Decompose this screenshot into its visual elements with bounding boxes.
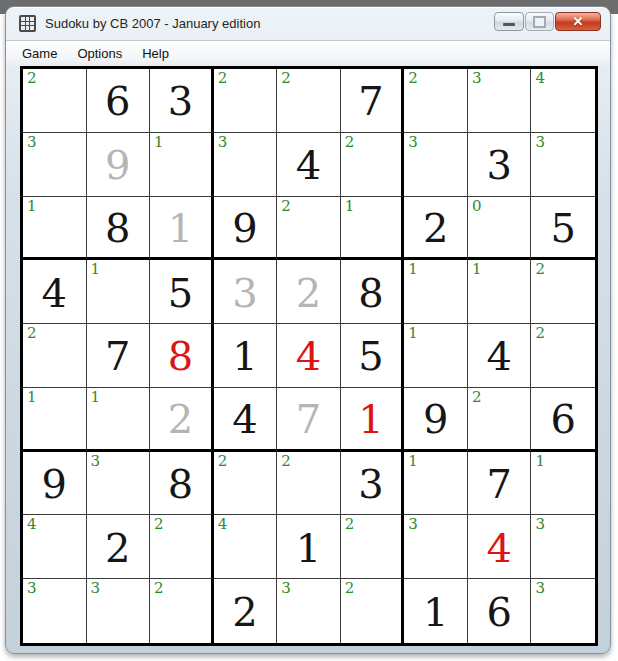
close-button[interactable]: ✕	[555, 12, 601, 31]
cell-r6c5[interactable]: 7	[277, 388, 341, 452]
cell-r2c4[interactable]: 3	[214, 133, 278, 197]
cell-r7c3[interactable]: 8	[150, 452, 214, 516]
cell-r7c6[interactable]: 3	[341, 452, 405, 516]
pencil-mark: 0	[472, 198, 482, 215]
pencil-mark: 1	[408, 453, 418, 470]
cell-r8c9[interactable]: 3	[531, 515, 595, 579]
pencil-mark: 1	[408, 325, 418, 342]
close-icon: ✕	[573, 15, 584, 28]
cell-r6c6[interactable]: 1	[341, 388, 405, 452]
cell-value: 4	[296, 336, 321, 376]
cell-r5c5[interactable]: 4	[277, 324, 341, 388]
title-bar[interactable]: Sudoku by CB 2007 - January edition ✕	[6, 7, 610, 40]
pencil-mark: 3	[408, 134, 418, 151]
cell-value: 7	[486, 464, 511, 504]
cell-r4c7[interactable]: 1	[404, 260, 468, 324]
pencil-mark: 4	[218, 516, 228, 533]
cell-r1c4[interactable]: 2	[214, 69, 278, 133]
pencil-mark: 3	[91, 580, 101, 597]
cell-r5c1[interactable]: 2	[23, 324, 87, 388]
cell-r8c2[interactable]: 2	[87, 515, 151, 579]
app-window: Sudoku by CB 2007 - January edition ✕ Ga…	[5, 6, 611, 654]
cell-value: 1	[423, 592, 448, 632]
pencil-mark: 3	[472, 70, 482, 87]
pencil-mark: 2	[218, 70, 228, 87]
cell-r1c3[interactable]: 3	[150, 69, 214, 133]
cell-r8c4[interactable]: 4	[214, 515, 278, 579]
cell-r1c1[interactable]: 2	[23, 69, 87, 133]
pencil-mark: 2	[345, 134, 355, 151]
cell-value: 6	[486, 592, 511, 632]
cell-value: 3	[358, 464, 383, 504]
cell-r3c3[interactable]: 1	[150, 197, 214, 261]
cell-value: 4	[42, 273, 67, 313]
cell-value: 2	[232, 592, 257, 632]
cell-r5c6[interactable]: 5	[341, 324, 405, 388]
cell-value: 7	[105, 336, 130, 376]
pencil-mark: 4	[535, 70, 545, 87]
pencil-mark: 1	[91, 261, 101, 278]
cell-r6c7[interactable]: 9	[404, 388, 468, 452]
cell-r3c2[interactable]: 8	[87, 197, 151, 261]
maximize-button[interactable]	[525, 12, 554, 31]
menu-help[interactable]: Help	[132, 43, 179, 64]
sudoku-grid-icon	[19, 15, 36, 32]
cell-r9c9[interactable]: 3	[531, 579, 595, 643]
minimize-button[interactable]	[494, 12, 524, 31]
cell-r2c5[interactable]: 4	[277, 133, 341, 197]
cell-r5c8[interactable]: 4	[468, 324, 532, 388]
cell-r8c1[interactable]: 4	[23, 515, 87, 579]
cell-r1c6[interactable]: 7	[341, 69, 405, 133]
cell-r7c2[interactable]: 3	[87, 452, 151, 516]
cell-value: 8	[168, 336, 193, 376]
cell-r2c7[interactable]: 3	[404, 133, 468, 197]
cell-value: 2	[105, 528, 130, 568]
cell-r2c1[interactable]: 3	[23, 133, 87, 197]
cell-r4c8[interactable]: 1	[468, 260, 532, 324]
pencil-mark: 3	[281, 580, 291, 597]
pencil-mark: 1	[472, 261, 482, 278]
cell-r8c3[interactable]: 2	[150, 515, 214, 579]
cell-value: 3	[486, 145, 511, 185]
pencil-mark: 3	[408, 516, 418, 533]
pencil-mark: 4	[27, 516, 37, 533]
pencil-mark: 2	[408, 70, 418, 87]
pencil-mark: 1	[27, 389, 37, 406]
cell-value: 3	[232, 273, 257, 313]
pencil-mark: 2	[535, 325, 545, 342]
cell-r8c8[interactable]: 4	[468, 515, 532, 579]
cell-value: 3	[168, 81, 193, 121]
cell-r5c4[interactable]: 1	[214, 324, 278, 388]
pencil-mark: 3	[91, 453, 101, 470]
cell-r9c4[interactable]: 2	[214, 579, 278, 643]
cell-r4c9[interactable]: 2	[531, 260, 595, 324]
cell-r7c7[interactable]: 1	[404, 452, 468, 516]
cell-r4c5[interactable]: 2	[277, 260, 341, 324]
pencil-mark: 2	[345, 580, 355, 597]
pencil-mark: 1	[345, 198, 355, 215]
cell-r9c8[interactable]: 6	[468, 579, 532, 643]
pencil-mark: 2	[535, 261, 545, 278]
menu-game[interactable]: Game	[12, 43, 67, 64]
pencil-mark: 2	[27, 325, 37, 342]
window-title: Sudoku by CB 2007 - January edition	[45, 16, 260, 31]
cell-value: 2	[296, 273, 321, 313]
pencil-mark: 2	[281, 453, 291, 470]
pencil-mark: 1	[91, 389, 101, 406]
cell-r6c9[interactable]: 6	[531, 388, 595, 452]
cell-value: 4	[486, 528, 511, 568]
pencil-mark: 1	[535, 453, 545, 470]
pencil-mark: 2	[472, 389, 482, 406]
cell-r1c8[interactable]: 3	[468, 69, 532, 133]
cell-value: 9	[423, 399, 448, 439]
cell-value: 1	[296, 528, 321, 568]
cell-r5c9[interactable]: 2	[531, 324, 595, 388]
pencil-mark: 2	[218, 453, 228, 470]
cell-r7c9[interactable]: 1	[531, 452, 595, 516]
cell-r4c6[interactable]: 8	[341, 260, 405, 324]
cell-value: 4	[232, 399, 257, 439]
cell-r7c1[interactable]: 9	[23, 452, 87, 516]
cell-value: 8	[168, 464, 193, 504]
cell-r7c8[interactable]: 7	[468, 452, 532, 516]
pencil-mark: 2	[154, 516, 164, 533]
cell-value: 8	[105, 208, 130, 248]
pencil-mark: 1	[408, 261, 418, 278]
cell-r6c3[interactable]: 2	[150, 388, 214, 452]
pencil-mark: 3	[218, 134, 228, 151]
cell-r4c4[interactable]: 3	[214, 260, 278, 324]
cell-r1c9[interactable]: 4	[531, 69, 595, 133]
cell-r5c7[interactable]: 1	[404, 324, 468, 388]
cell-r6c4[interactable]: 4	[214, 388, 278, 452]
cell-r9c2[interactable]: 3	[87, 579, 151, 643]
menu-options[interactable]: Options	[67, 43, 132, 64]
cell-r7c4[interactable]: 2	[214, 452, 278, 516]
cell-value: 4	[296, 145, 321, 185]
cell-r9c3[interactable]: 2	[150, 579, 214, 643]
pencil-mark: 3	[27, 580, 37, 597]
cell-r7c5[interactable]: 2	[277, 452, 341, 516]
cell-value: 1	[232, 336, 257, 376]
pencil-mark: 2	[281, 70, 291, 87]
pencil-mark: 3	[535, 134, 545, 151]
pencil-mark: 1	[154, 134, 164, 151]
cell-r3c4[interactable]: 9	[214, 197, 278, 261]
cell-value: 7	[296, 399, 321, 439]
cell-r1c7[interactable]: 2	[404, 69, 468, 133]
menu-bar: Game Options Help	[6, 40, 610, 66]
cell-r8c5[interactable]: 1	[277, 515, 341, 579]
cell-value: 6	[105, 81, 130, 121]
pencil-mark: 2	[281, 198, 291, 215]
cell-value: 8	[358, 273, 383, 313]
maximize-icon	[533, 16, 546, 28]
cell-value: 2	[168, 399, 193, 439]
cell-r9c7[interactable]: 1	[404, 579, 468, 643]
cell-r6c1[interactable]: 1	[23, 388, 87, 452]
cell-r2c2[interactable]: 9	[87, 133, 151, 197]
cell-value: 9	[42, 464, 67, 504]
cell-r3c9[interactable]: 5	[531, 197, 595, 261]
pencil-mark: 3	[535, 580, 545, 597]
caption-buttons: ✕	[494, 12, 601, 31]
cell-value: 4	[486, 336, 511, 376]
cell-r4c3[interactable]: 5	[150, 260, 214, 324]
pencil-mark: 2	[345, 516, 355, 533]
cell-r8c6[interactable]: 2	[341, 515, 405, 579]
cell-r6c2[interactable]: 1	[87, 388, 151, 452]
pencil-mark: 2	[154, 580, 164, 597]
cell-r3c7[interactable]: 2	[404, 197, 468, 261]
cell-value: 7	[358, 81, 383, 121]
cell-value: 1	[358, 399, 383, 439]
cell-r2c8[interactable]: 3	[468, 133, 532, 197]
cell-r3c6[interactable]: 1	[341, 197, 405, 261]
cell-r9c5[interactable]: 3	[277, 579, 341, 643]
pencil-mark: 3	[27, 134, 37, 151]
cell-r2c9[interactable]: 3	[531, 133, 595, 197]
cell-value: 2	[423, 208, 448, 248]
cell-value: 5	[358, 336, 383, 376]
cell-r3c8[interactable]: 0	[468, 197, 532, 261]
cell-r4c1[interactable]: 4	[23, 260, 87, 324]
cell-r9c6[interactable]: 2	[341, 579, 405, 643]
cell-value: 6	[550, 399, 575, 439]
cell-r5c3[interactable]: 8	[150, 324, 214, 388]
cell-r3c5[interactable]: 2	[277, 197, 341, 261]
cell-r9c1[interactable]: 3	[23, 579, 87, 643]
pencil-mark: 3	[535, 516, 545, 533]
cell-r5c2[interactable]: 7	[87, 324, 151, 388]
cell-value: 5	[550, 208, 575, 248]
cell-r4c2[interactable]: 1	[87, 260, 151, 324]
sudoku-board: 2632272343913423331819212054153281122781…	[20, 66, 598, 646]
cell-value: 5	[168, 273, 193, 313]
cell-r1c5[interactable]: 2	[277, 69, 341, 133]
cell-value: 9	[105, 145, 130, 185]
cell-r6c8[interactable]: 2	[468, 388, 532, 452]
minimize-icon	[503, 23, 515, 26]
cell-r1c2[interactable]: 6	[87, 69, 151, 133]
cell-value: 1	[168, 208, 193, 248]
pencil-mark: 2	[27, 70, 37, 87]
cell-r2c6[interactable]: 2	[341, 133, 405, 197]
cell-r8c7[interactable]: 3	[404, 515, 468, 579]
cell-r2c3[interactable]: 1	[150, 133, 214, 197]
cell-r3c1[interactable]: 1	[23, 197, 87, 261]
cell-value: 9	[232, 208, 257, 248]
board-frame: 2632272343913423331819212054153281122781…	[6, 66, 610, 646]
pencil-mark: 1	[27, 198, 37, 215]
